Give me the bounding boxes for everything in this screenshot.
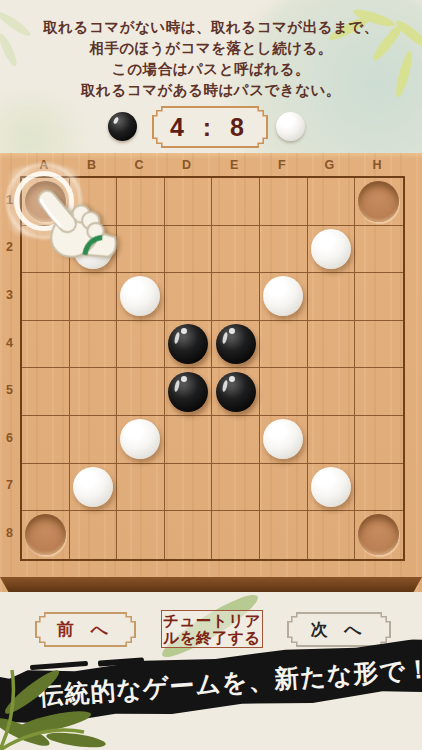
score-box: 4 : 8 <box>152 106 268 148</box>
cell-G2[interactable] <box>308 226 356 274</box>
cell-E6[interactable] <box>212 416 260 464</box>
cell-A4[interactable] <box>22 321 70 369</box>
cell-C2[interactable] <box>117 226 165 274</box>
next-button-label: 次 へ <box>289 614 390 646</box>
cell-A5[interactable] <box>22 368 70 416</box>
cell-G3[interactable] <box>308 273 356 321</box>
col-label-F: F <box>258 154 306 175</box>
cell-D2[interactable] <box>165 226 213 274</box>
white-stone <box>311 467 351 507</box>
cell-H7[interactable] <box>355 464 403 512</box>
row-label-4: 4 <box>0 319 19 367</box>
row-label-2: 2 <box>0 224 19 272</box>
quit-tutorial-label-line2: ルを終了する <box>163 629 260 646</box>
cell-A7[interactable] <box>22 464 70 512</box>
white-stone <box>311 229 351 269</box>
corner-hole <box>25 514 66 555</box>
cell-G4[interactable] <box>308 321 356 369</box>
row-label-8: 8 <box>0 509 19 557</box>
white-stone <box>73 467 113 507</box>
cell-G1[interactable] <box>308 178 356 226</box>
row-label-1: 1 <box>0 176 19 224</box>
cell-G5[interactable] <box>308 368 356 416</box>
cell-D3[interactable] <box>165 273 213 321</box>
col-label-D: D <box>163 154 211 175</box>
score-value: 4 : 8 <box>154 108 267 147</box>
corner-hole <box>25 181 66 222</box>
white-stone <box>120 419 160 459</box>
corner-hole <box>358 514 399 555</box>
cell-C7[interactable] <box>117 464 165 512</box>
cell-F2[interactable] <box>260 226 308 274</box>
black-stone <box>168 324 208 364</box>
tutorial-line: 相手のほうがコマを落とし続ける。 <box>0 38 422 59</box>
cell-D1[interactable] <box>165 178 213 226</box>
cell-H5[interactable] <box>355 368 403 416</box>
prev-button-label: 前 へ <box>37 614 135 646</box>
white-stone <box>73 229 113 269</box>
brush-streak <box>30 661 88 670</box>
cell-C8[interactable] <box>117 511 165 559</box>
column-labels: ABCDEFGH <box>20 154 401 175</box>
cell-E7[interactable] <box>212 464 260 512</box>
col-label-E: E <box>210 154 258 175</box>
cell-C3[interactable] <box>117 273 165 321</box>
cell-F1[interactable] <box>260 178 308 226</box>
cell-E5[interactable] <box>212 368 260 416</box>
row-labels: 12345678 <box>0 176 19 557</box>
black-stone <box>216 324 256 364</box>
col-label-C: C <box>115 154 163 175</box>
cell-D7[interactable] <box>165 464 213 512</box>
cell-F8[interactable] <box>260 511 308 559</box>
tutorial-line: 取れるコマがない時は、取れるコマが出るまで、 <box>0 17 422 38</box>
cell-B7[interactable] <box>70 464 118 512</box>
cell-D4[interactable] <box>165 321 213 369</box>
cell-C1[interactable] <box>117 178 165 226</box>
tagline-banner: 伝統的なゲームを、新たな形で！ <box>0 636 422 731</box>
cell-B1[interactable] <box>70 178 118 226</box>
cell-F6[interactable] <box>260 416 308 464</box>
cell-B3[interactable] <box>70 273 118 321</box>
app-screen: 取れるコマがない時は、取れるコマが出るまで、 相手のほうがコマを落とし続ける。 … <box>0 0 422 750</box>
next-button[interactable]: 次 へ <box>287 612 391 647</box>
cell-H4[interactable] <box>355 321 403 369</box>
cell-G7[interactable] <box>308 464 356 512</box>
cell-H6[interactable] <box>355 416 403 464</box>
quit-tutorial-label-line1: チュートリア <box>163 612 261 629</box>
cell-C6[interactable] <box>117 416 165 464</box>
col-label-H: H <box>353 154 401 175</box>
tutorial-line: この場合はパスと呼ばれる。 <box>0 59 422 80</box>
white-stone <box>263 276 303 316</box>
cell-D6[interactable] <box>165 416 213 464</box>
cell-F7[interactable] <box>260 464 308 512</box>
white-score-stone <box>276 112 305 141</box>
quit-tutorial-button[interactable]: チュートリア ルを終了する <box>161 610 263 648</box>
black-score-stone <box>108 112 137 141</box>
cell-E8[interactable] <box>212 511 260 559</box>
cell-B8[interactable] <box>70 511 118 559</box>
cell-D5[interactable] <box>165 368 213 416</box>
cell-A2[interactable] <box>22 226 70 274</box>
tutorial-text: 取れるコマがない時は、取れるコマが出るまで、 相手のほうがコマを落とし続ける。 … <box>0 17 422 101</box>
white-stone <box>263 419 303 459</box>
game-board: ABCDEFGH 12345678 <box>0 153 422 592</box>
black-stone <box>216 372 256 412</box>
col-label-G: G <box>306 154 354 175</box>
cell-E2[interactable] <box>212 226 260 274</box>
board-front-edge <box>0 577 422 592</box>
corner-hole <box>358 181 399 222</box>
cell-H3[interactable] <box>355 273 403 321</box>
cell-B6[interactable] <box>70 416 118 464</box>
col-label-A: A <box>20 154 68 175</box>
cell-A8[interactable] <box>22 511 70 559</box>
row-label-6: 6 <box>0 414 19 462</box>
cell-F5[interactable] <box>260 368 308 416</box>
cell-G6[interactable] <box>308 416 356 464</box>
cell-D8[interactable] <box>165 511 213 559</box>
cell-C5[interactable] <box>117 368 165 416</box>
row-label-7: 7 <box>0 462 19 510</box>
cell-B5[interactable] <box>70 368 118 416</box>
prev-button[interactable]: 前 へ <box>35 612 136 647</box>
cell-G8[interactable] <box>308 511 356 559</box>
white-stone <box>120 276 160 316</box>
cell-E4[interactable] <box>212 321 260 369</box>
cell-C4[interactable] <box>117 321 165 369</box>
cell-A3[interactable] <box>22 273 70 321</box>
black-stone <box>168 372 208 412</box>
cell-A1[interactable] <box>22 178 70 226</box>
cell-E3[interactable] <box>212 273 260 321</box>
row-label-5: 5 <box>0 366 19 414</box>
board-grid <box>20 176 405 561</box>
cell-E1[interactable] <box>212 178 260 226</box>
tagline-text: 伝統的なゲームを、新たな形で！ <box>0 652 422 716</box>
cell-H8[interactable] <box>355 511 403 559</box>
cell-H2[interactable] <box>355 226 403 274</box>
cell-F3[interactable] <box>260 273 308 321</box>
cell-B4[interactable] <box>70 321 118 369</box>
cell-F4[interactable] <box>260 321 308 369</box>
row-label-3: 3 <box>0 271 19 319</box>
col-label-B: B <box>68 154 116 175</box>
tutorial-line: 取れるコマがある時はパスできない。 <box>0 80 422 101</box>
cell-H1[interactable] <box>355 178 403 226</box>
cell-B2[interactable] <box>70 226 118 274</box>
cell-A6[interactable] <box>22 416 70 464</box>
